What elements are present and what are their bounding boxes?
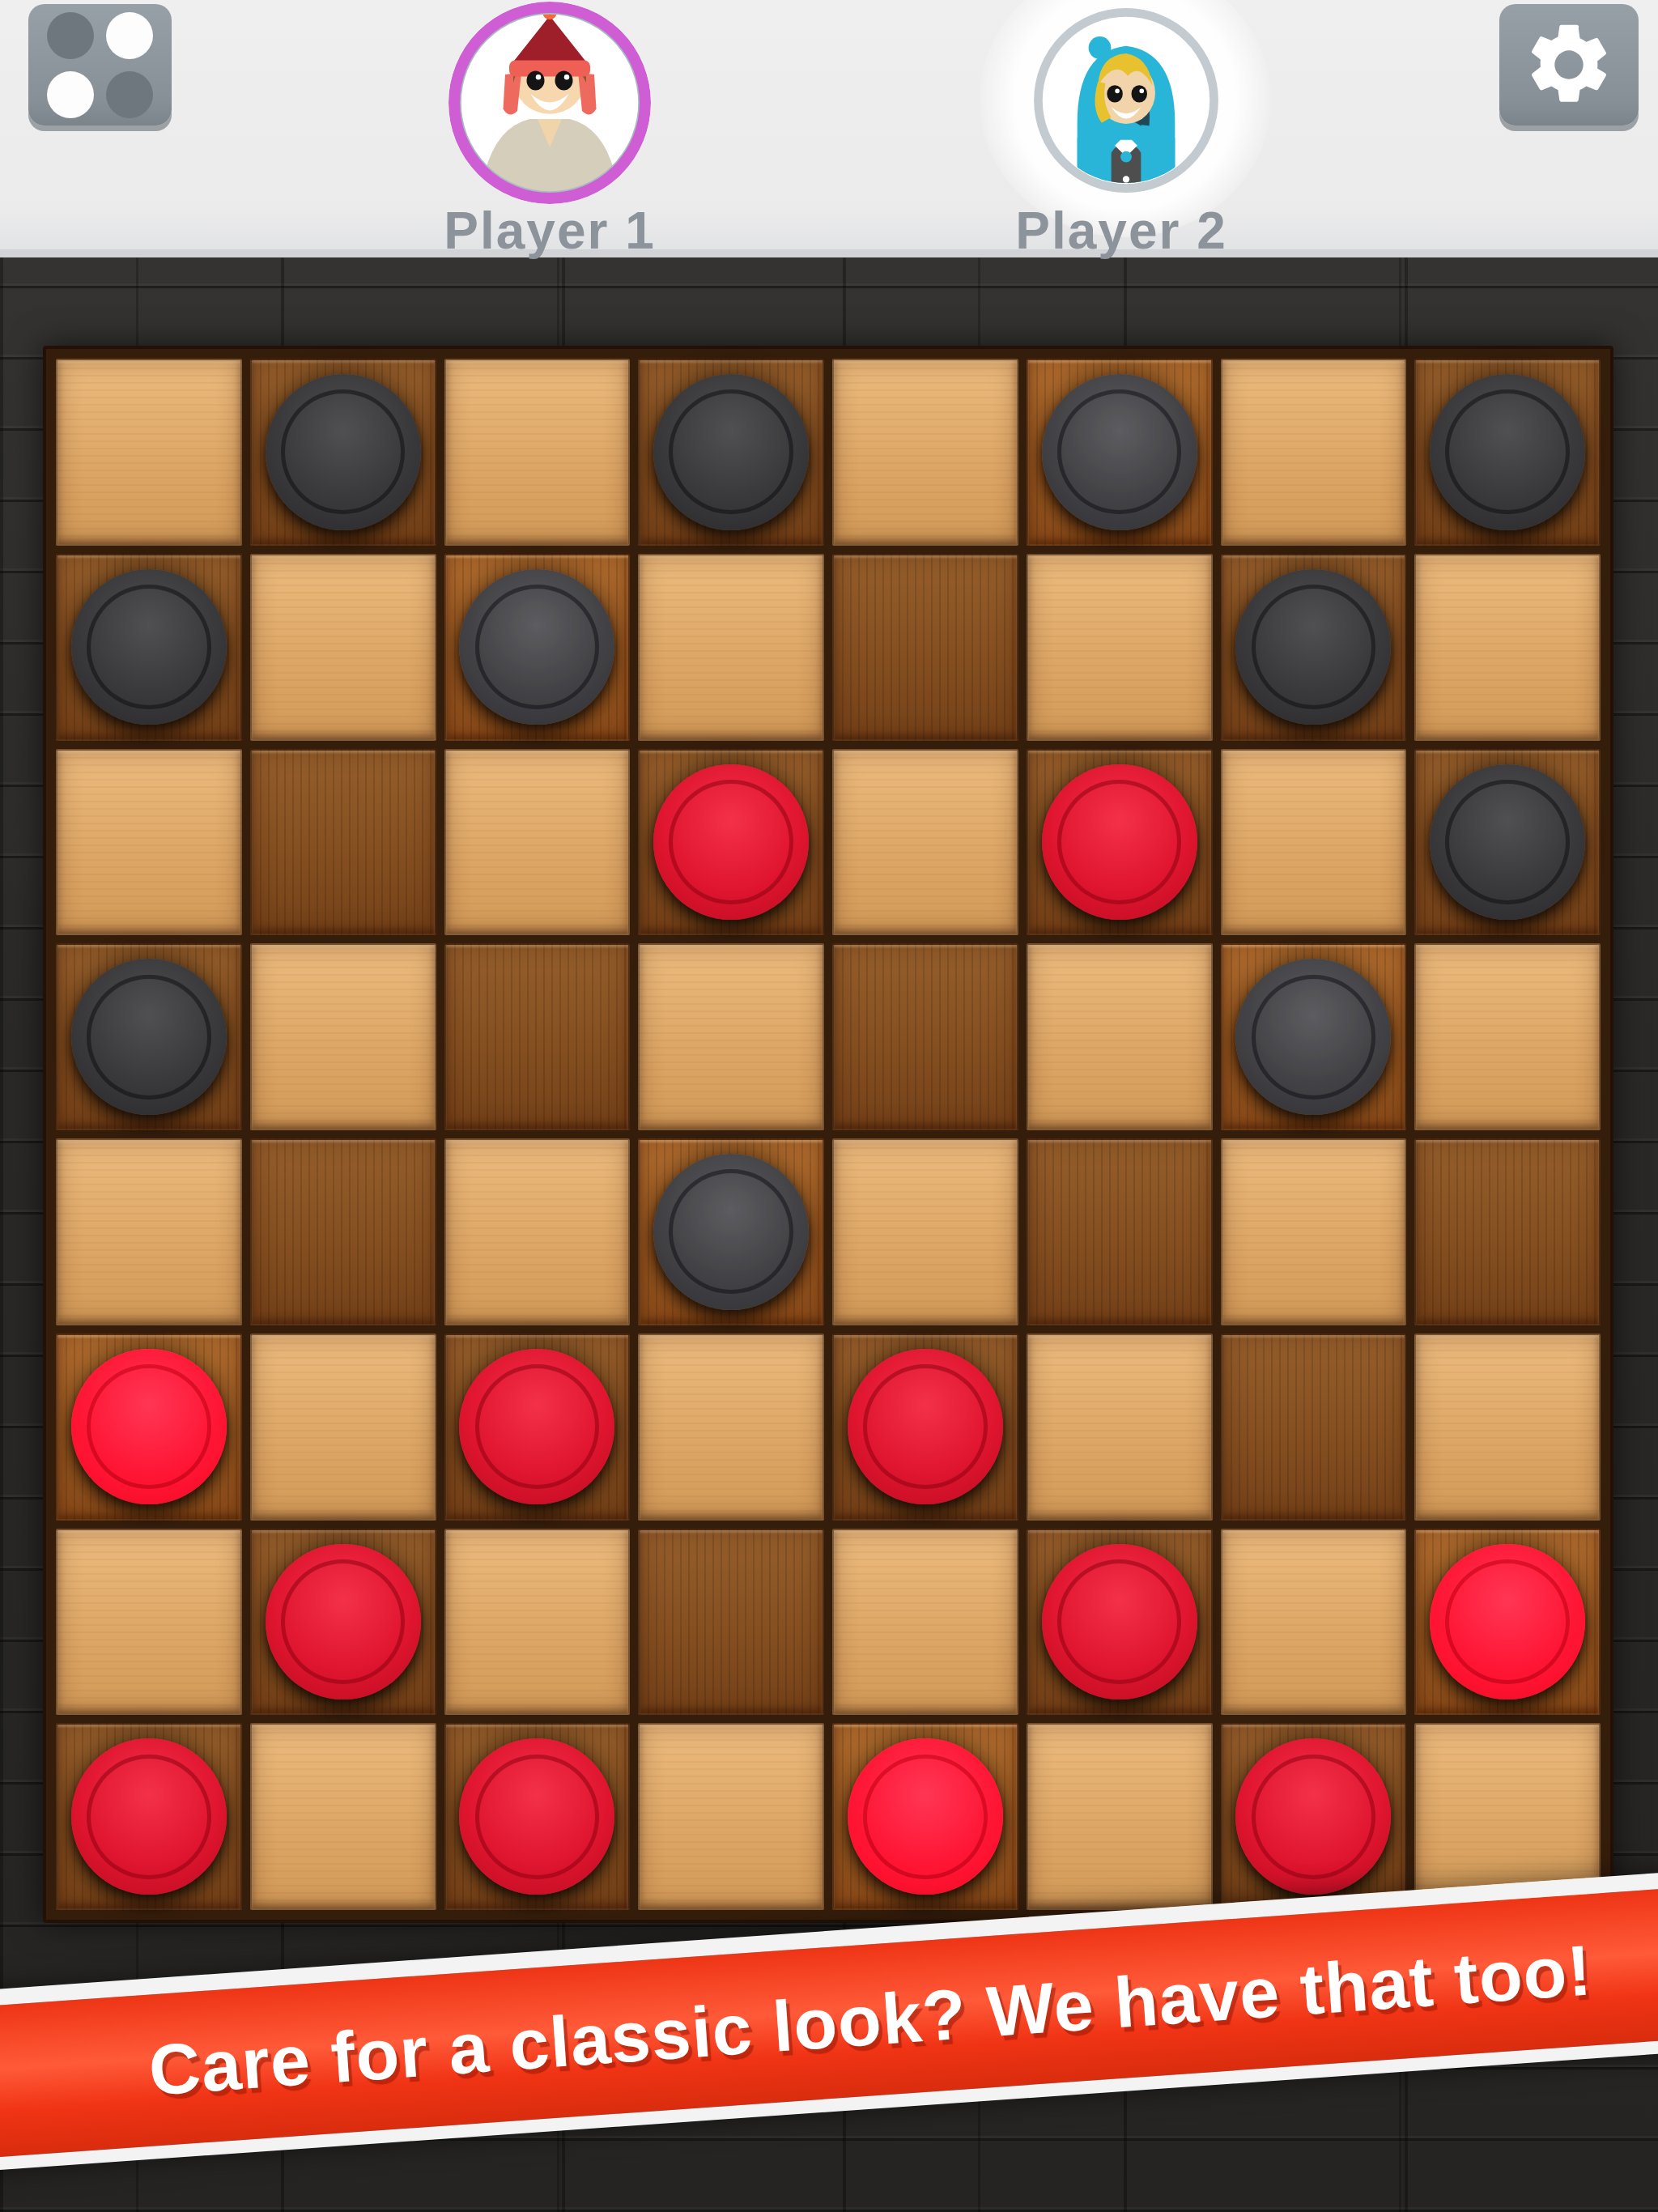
black-checker[interactable] bbox=[653, 1154, 809, 1310]
board-square[interactable] bbox=[1414, 1138, 1601, 1325]
board-square[interactable] bbox=[638, 359, 824, 546]
board-square[interactable] bbox=[1221, 943, 1407, 1130]
board-square[interactable] bbox=[56, 554, 242, 741]
black-checker[interactable] bbox=[653, 374, 809, 530]
board-square[interactable] bbox=[444, 1334, 631, 1521]
checkers-dots-icon bbox=[47, 12, 153, 118]
black-checker[interactable] bbox=[266, 374, 421, 530]
board-square[interactable] bbox=[1221, 1723, 1407, 1910]
board-square bbox=[444, 1529, 631, 1716]
black-checker[interactable] bbox=[1430, 764, 1585, 921]
board-square[interactable] bbox=[1414, 749, 1601, 936]
board-square bbox=[1221, 359, 1407, 546]
red-checker[interactable] bbox=[653, 764, 809, 921]
board-square bbox=[638, 943, 824, 1130]
board-square bbox=[638, 1334, 824, 1521]
board-square bbox=[56, 359, 242, 546]
board-square bbox=[1414, 554, 1601, 741]
board-square[interactable] bbox=[56, 1723, 242, 1910]
red-checker[interactable] bbox=[1235, 1738, 1391, 1895]
checkers-board bbox=[43, 346, 1613, 1923]
board-square[interactable] bbox=[250, 1138, 436, 1325]
board-square bbox=[56, 1138, 242, 1325]
red-checker[interactable] bbox=[848, 1349, 1003, 1505]
board-square[interactable] bbox=[444, 1723, 631, 1910]
player2-label: Player 2 bbox=[967, 201, 1275, 261]
board-square bbox=[444, 1138, 631, 1325]
board-square bbox=[832, 1529, 1018, 1716]
red-checker[interactable] bbox=[1042, 1544, 1197, 1700]
black-checker[interactable] bbox=[459, 569, 614, 725]
player2-avatar[interactable]: Player 2 bbox=[1032, 6, 1220, 194]
board-square[interactable] bbox=[250, 1529, 436, 1716]
board-square bbox=[250, 943, 436, 1130]
board-square bbox=[1414, 943, 1601, 1130]
red-checker[interactable] bbox=[459, 1349, 614, 1505]
board-square[interactable] bbox=[1221, 554, 1407, 741]
header-bar: Player 1 bbox=[0, 0, 1658, 257]
black-checker[interactable] bbox=[1430, 374, 1585, 530]
board-square[interactable] bbox=[444, 554, 631, 741]
board-square[interactable] bbox=[832, 554, 1018, 741]
settings-button[interactable] bbox=[1499, 4, 1639, 125]
board-square bbox=[56, 1529, 242, 1716]
board-square bbox=[832, 1138, 1018, 1325]
board-square bbox=[1027, 1723, 1213, 1910]
black-checker[interactable] bbox=[1042, 374, 1197, 530]
player1-avatar[interactable]: Player 1 bbox=[449, 2, 651, 204]
board-square bbox=[1221, 1138, 1407, 1325]
black-checker[interactable] bbox=[1235, 569, 1391, 725]
board-square[interactable] bbox=[1414, 1529, 1601, 1716]
board-square bbox=[444, 359, 631, 546]
board-square bbox=[1027, 554, 1213, 741]
player1-avatar-image bbox=[449, 2, 651, 204]
board-square[interactable] bbox=[250, 359, 436, 546]
black-checker[interactable] bbox=[1235, 959, 1391, 1115]
red-checker[interactable] bbox=[1042, 764, 1197, 921]
board-square bbox=[638, 554, 824, 741]
board-square bbox=[832, 359, 1018, 546]
board-square bbox=[1221, 1529, 1407, 1716]
board-square[interactable] bbox=[56, 943, 242, 1130]
red-checker[interactable] bbox=[71, 1738, 227, 1895]
red-checker[interactable] bbox=[848, 1738, 1003, 1895]
board-square[interactable] bbox=[1027, 1138, 1213, 1325]
board-square[interactable] bbox=[1027, 749, 1213, 936]
board-square[interactable] bbox=[832, 943, 1018, 1130]
black-checker[interactable] bbox=[71, 959, 227, 1115]
board-square[interactable] bbox=[832, 1334, 1018, 1521]
board-square bbox=[1221, 749, 1407, 936]
player1-label: Player 1 bbox=[396, 201, 704, 261]
red-checker[interactable] bbox=[266, 1544, 421, 1700]
red-checker[interactable] bbox=[459, 1738, 614, 1895]
board-square[interactable] bbox=[638, 1138, 824, 1325]
board-square[interactable] bbox=[638, 749, 824, 936]
board-square[interactable] bbox=[444, 943, 631, 1130]
board-square[interactable] bbox=[56, 1334, 242, 1521]
board-square bbox=[638, 1723, 824, 1910]
player2-avatar-image bbox=[1032, 6, 1220, 194]
checkers-app-screen: Player 1 bbox=[0, 0, 1658, 2212]
black-checker[interactable] bbox=[71, 569, 227, 725]
board-square bbox=[1414, 1334, 1601, 1521]
red-checker[interactable] bbox=[1430, 1544, 1585, 1700]
board-square bbox=[250, 554, 436, 741]
board-square[interactable] bbox=[638, 1529, 824, 1716]
board-square bbox=[444, 749, 631, 936]
board-square[interactable] bbox=[1414, 359, 1601, 546]
board-square[interactable] bbox=[832, 1723, 1018, 1910]
board-square[interactable] bbox=[1027, 359, 1213, 546]
board-square bbox=[832, 749, 1018, 936]
board-square[interactable] bbox=[250, 749, 436, 936]
gear-icon bbox=[1521, 17, 1617, 113]
menu-button[interactable] bbox=[28, 4, 172, 125]
board-square bbox=[250, 1334, 436, 1521]
board-square bbox=[250, 1723, 436, 1910]
board-square bbox=[56, 749, 242, 936]
red-checker[interactable] bbox=[71, 1349, 227, 1505]
board-square[interactable] bbox=[1027, 1529, 1213, 1716]
board-square bbox=[1027, 1334, 1213, 1521]
board-square[interactable] bbox=[1221, 1334, 1407, 1521]
board-square bbox=[1027, 943, 1213, 1130]
